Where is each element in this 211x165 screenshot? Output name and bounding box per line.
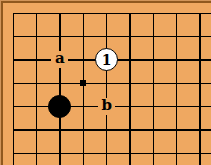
grid-line — [13, 129, 211, 131]
stone-move-number: 1 — [102, 53, 112, 67]
point-label-text: b — [101, 98, 112, 113]
point-label-text: a — [55, 51, 65, 66]
board-edge-top-shadow — [1, 1, 211, 3]
point-label-b: b — [98, 98, 115, 115]
grid-line — [13, 153, 211, 155]
grid-line — [13, 36, 211, 38]
board-edge-left-shadow — [1, 1, 3, 165]
grid-line — [13, 13, 211, 15]
black-stone — [48, 95, 71, 118]
grid-line — [13, 83, 211, 85]
point-label-a: a — [51, 51, 68, 68]
white-stone-move-1: 1 — [95, 48, 118, 71]
star-point — [80, 80, 86, 86]
go-board-diagram: ab1 — [0, 0, 211, 165]
